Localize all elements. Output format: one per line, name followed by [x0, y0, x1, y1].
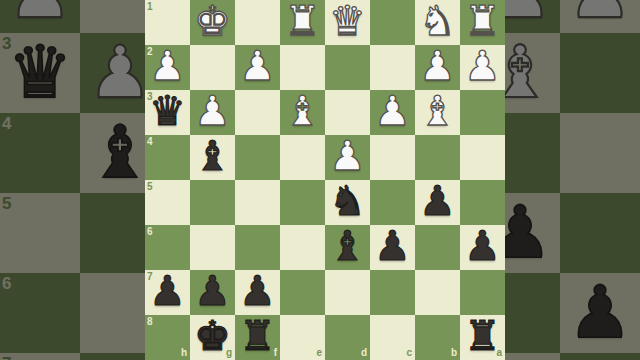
piece-wR-a1[interactable]: ♜	[464, 1, 501, 42]
piece-bB-d6[interactable]: ♝	[329, 226, 366, 267]
square-f6[interactable]	[235, 225, 280, 270]
piece-bP-a6[interactable]: ♟	[464, 226, 501, 267]
square-c5[interactable]	[370, 180, 415, 225]
square-f4[interactable]	[235, 135, 280, 180]
square-b4[interactable]	[415, 135, 460, 180]
square-h3[interactable]: 3♛	[145, 90, 190, 135]
rank-label-8: 8	[147, 317, 153, 327]
piece-wP-a2[interactable]: ♟	[464, 46, 501, 87]
square-c7[interactable]	[370, 270, 415, 315]
square-g6[interactable]	[190, 225, 235, 270]
piece-bR-f8[interactable]: ♜	[239, 316, 276, 357]
square-a6[interactable]: ♟	[460, 225, 505, 270]
square-d4[interactable]: ♟	[325, 135, 370, 180]
rank-label-1: 1	[147, 2, 153, 12]
square-d1[interactable]: ♛	[325, 0, 370, 45]
rank-label-6: 6	[147, 227, 153, 237]
square-h4[interactable]: 4	[145, 135, 190, 180]
square-b3[interactable]: ♝	[415, 90, 460, 135]
square-g4[interactable]: ♝	[190, 135, 235, 180]
square-e8[interactable]: e	[280, 315, 325, 360]
square-g3[interactable]: ♟	[190, 90, 235, 135]
square-a8[interactable]: a♜	[460, 315, 505, 360]
file-label-b: b	[451, 348, 457, 358]
chess-board[interactable]: 1♚♜♛♞♜2♟♟♟♟3♛♟♝♟♝4♝♟5♞♟6♝♟♟7♟♟♟8hg♚f♜edc…	[145, 0, 505, 360]
square-b1[interactable]: ♞	[415, 0, 460, 45]
file-label-e: e	[316, 348, 322, 358]
square-d3[interactable]	[325, 90, 370, 135]
piece-wQ-d1[interactable]: ♛	[329, 1, 366, 42]
square-e7[interactable]	[280, 270, 325, 315]
square-h1[interactable]: 1	[145, 0, 190, 45]
piece-wP-h2[interactable]: ♟	[149, 46, 186, 87]
square-d2[interactable]	[325, 45, 370, 90]
square-c8[interactable]: c	[370, 315, 415, 360]
piece-wK-g1[interactable]: ♚	[194, 1, 231, 42]
square-b2[interactable]: ♟	[415, 45, 460, 90]
square-c3[interactable]: ♟	[370, 90, 415, 135]
square-g1[interactable]: ♚	[190, 0, 235, 45]
square-c1[interactable]	[370, 0, 415, 45]
piece-bB-g4[interactable]: ♝	[194, 136, 231, 177]
piece-wB-b3[interactable]: ♝	[419, 91, 456, 132]
rank-label-5: 5	[147, 182, 153, 192]
square-a4[interactable]	[460, 135, 505, 180]
piece-wP-f2[interactable]: ♟	[239, 46, 276, 87]
square-e2[interactable]	[280, 45, 325, 90]
square-c4[interactable]	[370, 135, 415, 180]
square-d7[interactable]	[325, 270, 370, 315]
square-b5[interactable]: ♟	[415, 180, 460, 225]
piece-bN-d5[interactable]: ♞	[329, 181, 366, 222]
square-g5[interactable]	[190, 180, 235, 225]
square-c6[interactable]: ♟	[370, 225, 415, 270]
square-f5[interactable]	[235, 180, 280, 225]
square-f1[interactable]	[235, 0, 280, 45]
square-h8[interactable]: 8h	[145, 315, 190, 360]
square-c2[interactable]	[370, 45, 415, 90]
piece-bP-f7[interactable]: ♟	[239, 271, 276, 312]
square-f8[interactable]: f♜	[235, 315, 280, 360]
rank-label-4: 4	[147, 137, 153, 147]
square-a5[interactable]	[460, 180, 505, 225]
file-label-h: h	[181, 348, 187, 358]
video-frame: 1♚♜♛♞♜2♟♟♟♟3♛♟♝♟♝4♝♟5♞♟6♝♟♟7♟♟♟8hg♚f♜edc…	[0, 0, 640, 360]
piece-bP-h7[interactable]: ♟	[149, 271, 186, 312]
square-h7[interactable]: 7♟	[145, 270, 190, 315]
square-h6[interactable]: 6	[145, 225, 190, 270]
square-e5[interactable]	[280, 180, 325, 225]
piece-bP-c6[interactable]: ♟	[374, 226, 411, 267]
square-b7[interactable]	[415, 270, 460, 315]
square-a1[interactable]: ♜	[460, 0, 505, 45]
square-h5[interactable]: 5	[145, 180, 190, 225]
square-b8[interactable]: b	[415, 315, 460, 360]
file-label-c: c	[406, 348, 412, 358]
square-d5[interactable]: ♞	[325, 180, 370, 225]
square-f2[interactable]: ♟	[235, 45, 280, 90]
square-e1[interactable]: ♜	[280, 0, 325, 45]
square-b6[interactable]	[415, 225, 460, 270]
piece-bR-a8[interactable]: ♜	[464, 316, 501, 357]
square-a7[interactable]	[460, 270, 505, 315]
square-g8[interactable]: g♚	[190, 315, 235, 360]
file-label-d: d	[361, 348, 367, 358]
piece-bQ-h3[interactable]: ♛	[149, 91, 186, 132]
piece-wN-b1[interactable]: ♞	[419, 1, 456, 42]
piece-wP-d4[interactable]: ♟	[329, 136, 366, 177]
piece-wB-e3[interactable]: ♝	[284, 91, 321, 132]
square-h2[interactable]: 2♟	[145, 45, 190, 90]
piece-bK-g8[interactable]: ♚	[194, 316, 231, 357]
square-a3[interactable]	[460, 90, 505, 135]
piece-wP-c3[interactable]: ♟	[374, 91, 411, 132]
square-g7[interactable]: ♟	[190, 270, 235, 315]
piece-wP-g3[interactable]: ♟	[194, 91, 231, 132]
piece-wP-b2[interactable]: ♟	[419, 46, 456, 87]
square-e6[interactable]	[280, 225, 325, 270]
piece-wR-e1[interactable]: ♜	[284, 1, 321, 42]
square-g2[interactable]	[190, 45, 235, 90]
square-f7[interactable]: ♟	[235, 270, 280, 315]
square-d6[interactable]: ♝	[325, 225, 370, 270]
square-e4[interactable]	[280, 135, 325, 180]
piece-bP-b5[interactable]: ♟	[419, 181, 456, 222]
square-a2[interactable]: ♟	[460, 45, 505, 90]
square-d8[interactable]: d	[325, 315, 370, 360]
square-f3[interactable]	[235, 90, 280, 135]
square-e3[interactable]: ♝	[280, 90, 325, 135]
piece-bP-g7[interactable]: ♟	[194, 271, 231, 312]
